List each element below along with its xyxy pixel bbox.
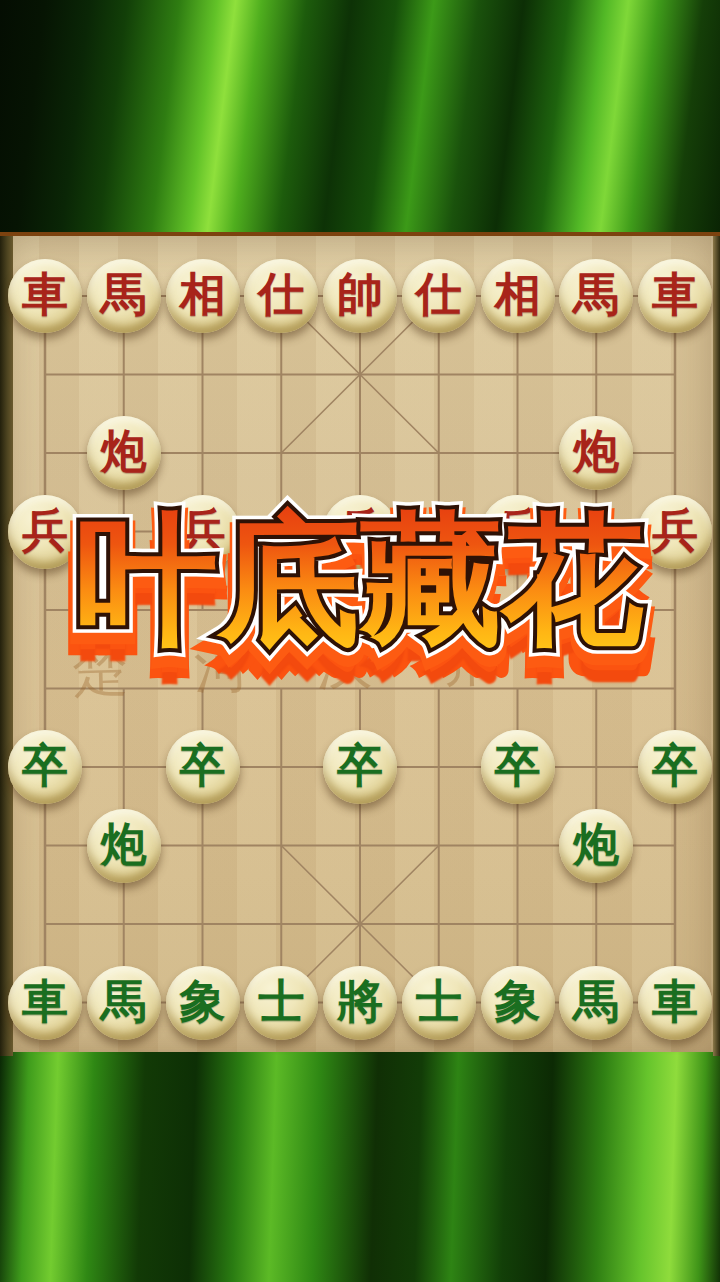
piece-glyph: 卒 xyxy=(337,742,383,788)
piece-glyph: 馬 xyxy=(573,271,619,317)
piece-green-車[interactable]: 車 xyxy=(638,966,712,1040)
piece-green-象[interactable]: 象 xyxy=(166,966,240,1040)
piece-glyph: 車 xyxy=(652,978,698,1024)
piece-glyph: 士 xyxy=(416,978,462,1024)
piece-green-卒[interactable]: 卒 xyxy=(481,730,555,804)
piece-glyph: 炮 xyxy=(573,821,619,867)
piece-glyph: 象 xyxy=(180,978,226,1024)
piece-red-相[interactable]: 相 xyxy=(481,259,555,333)
piece-green-士[interactable]: 士 xyxy=(244,966,318,1040)
piece-red-馬[interactable]: 馬 xyxy=(87,259,161,333)
piece-green-車[interactable]: 車 xyxy=(8,966,82,1040)
piece-green-卒[interactable]: 卒 xyxy=(8,730,82,804)
piece-green-卒[interactable]: 卒 xyxy=(166,730,240,804)
piece-glyph: 士 xyxy=(258,978,304,1024)
piece-glyph: 象 xyxy=(495,978,541,1024)
piece-glyph: 相 xyxy=(495,271,541,317)
piece-glyph: 卒 xyxy=(495,742,541,788)
curtain-background-bottom xyxy=(0,1052,720,1282)
piece-green-士[interactable]: 士 xyxy=(402,966,476,1040)
piece-green-象[interactable]: 象 xyxy=(481,966,555,1040)
piece-glyph: 馬 xyxy=(101,271,147,317)
piece-red-馬[interactable]: 馬 xyxy=(559,259,633,333)
piece-glyph: 炮 xyxy=(573,428,619,474)
piece-glyph: 車 xyxy=(22,271,68,317)
piece-red-仕[interactable]: 仕 xyxy=(402,259,476,333)
piece-glyph: 車 xyxy=(22,978,68,1024)
piece-glyph: 仕 xyxy=(258,271,304,317)
screenshot-root: 楚河汉界 車馬相仕帥仕相馬車炮炮兵兵兵兵兵卒卒卒卒卒炮炮車馬象士將士象馬車 叶底… xyxy=(0,0,720,1282)
piece-glyph: 炮 xyxy=(101,428,147,474)
piece-green-炮[interactable]: 炮 xyxy=(559,809,633,883)
piece-glyph: 仕 xyxy=(416,271,462,317)
piece-glyph: 炮 xyxy=(101,821,147,867)
piece-glyph: 馬 xyxy=(573,978,619,1024)
piece-glyph: 將 xyxy=(337,978,383,1024)
piece-glyph: 帥 xyxy=(337,271,383,317)
piece-glyph: 卒 xyxy=(652,742,698,788)
piece-red-車[interactable]: 車 xyxy=(638,259,712,333)
piece-red-相[interactable]: 相 xyxy=(166,259,240,333)
curtain-background-top xyxy=(0,0,720,232)
piece-red-車[interactable]: 車 xyxy=(8,259,82,333)
piece-green-馬[interactable]: 馬 xyxy=(559,966,633,1040)
piece-red-仕[interactable]: 仕 xyxy=(244,259,318,333)
title-overlay: 叶底藏花 叶底藏花 叶底藏花 叶底藏花 xyxy=(0,480,720,720)
piece-glyph: 車 xyxy=(652,271,698,317)
piece-glyph: 卒 xyxy=(180,742,226,788)
piece-green-炮[interactable]: 炮 xyxy=(87,809,161,883)
piece-red-炮[interactable]: 炮 xyxy=(87,416,161,490)
piece-green-卒[interactable]: 卒 xyxy=(323,730,397,804)
piece-red-帥[interactable]: 帥 xyxy=(323,259,397,333)
piece-green-將[interactable]: 將 xyxy=(323,966,397,1040)
title-text: 叶底藏花 xyxy=(0,480,720,680)
piece-green-馬[interactable]: 馬 xyxy=(87,966,161,1040)
piece-glyph: 馬 xyxy=(101,978,147,1024)
piece-glyph: 相 xyxy=(180,271,226,317)
piece-red-炮[interactable]: 炮 xyxy=(559,416,633,490)
piece-glyph: 卒 xyxy=(22,742,68,788)
piece-green-卒[interactable]: 卒 xyxy=(638,730,712,804)
